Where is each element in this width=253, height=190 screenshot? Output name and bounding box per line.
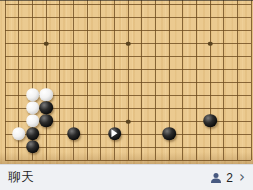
board-bottom-shadow (0, 152, 253, 164)
go-app-window: 聊天 2 › (0, 0, 253, 190)
grid-line-vertical (237, 0, 238, 160)
last-move-triangle-marker (112, 130, 118, 138)
grid-line-vertical (59, 0, 60, 160)
white-stone (26, 101, 40, 115)
chevron-right-icon[interactable]: › (239, 170, 245, 185)
viewers-button[interactable]: 2 › (210, 170, 245, 185)
grid-line-horizontal (5, 82, 251, 83)
white-stone (26, 114, 40, 128)
black-stone (67, 127, 81, 141)
black-stone (108, 127, 122, 141)
viewer-count: 2 (226, 171, 233, 185)
grid-line-vertical (141, 0, 142, 160)
white-stone (26, 88, 40, 102)
grid-line-vertical (100, 0, 101, 160)
star-point (208, 41, 213, 46)
grid-line-vertical (223, 0, 224, 160)
person-icon (210, 172, 222, 184)
grid-line-vertical (155, 0, 156, 160)
grid-line-vertical (5, 0, 6, 160)
grid-line-vertical (210, 0, 211, 160)
grid-line-vertical (182, 0, 183, 160)
black-stone (162, 127, 176, 141)
board-top-edge (0, 0, 253, 1)
white-stone (12, 127, 26, 141)
white-stone (39, 88, 53, 102)
grid-line-vertical (46, 0, 47, 160)
grid-line-vertical (251, 0, 252, 160)
grid-line-horizontal (5, 56, 251, 57)
go-board[interactable] (0, 0, 253, 164)
chat-label: 聊天 (8, 169, 34, 186)
black-stone (39, 114, 53, 128)
chat-bar[interactable]: 聊天 2 › (0, 164, 253, 190)
star-point (126, 41, 131, 46)
black-stone (39, 101, 53, 115)
black-stone (203, 114, 217, 128)
star-point (44, 41, 49, 46)
star-point (126, 119, 131, 124)
black-stone (26, 127, 40, 141)
grid-line-horizontal (5, 147, 251, 148)
grid-line-vertical (196, 0, 197, 160)
grid-line-horizontal (5, 69, 251, 70)
grid-line-vertical (128, 0, 129, 160)
grid-line-horizontal (5, 134, 251, 135)
grid-line-vertical (87, 0, 88, 160)
